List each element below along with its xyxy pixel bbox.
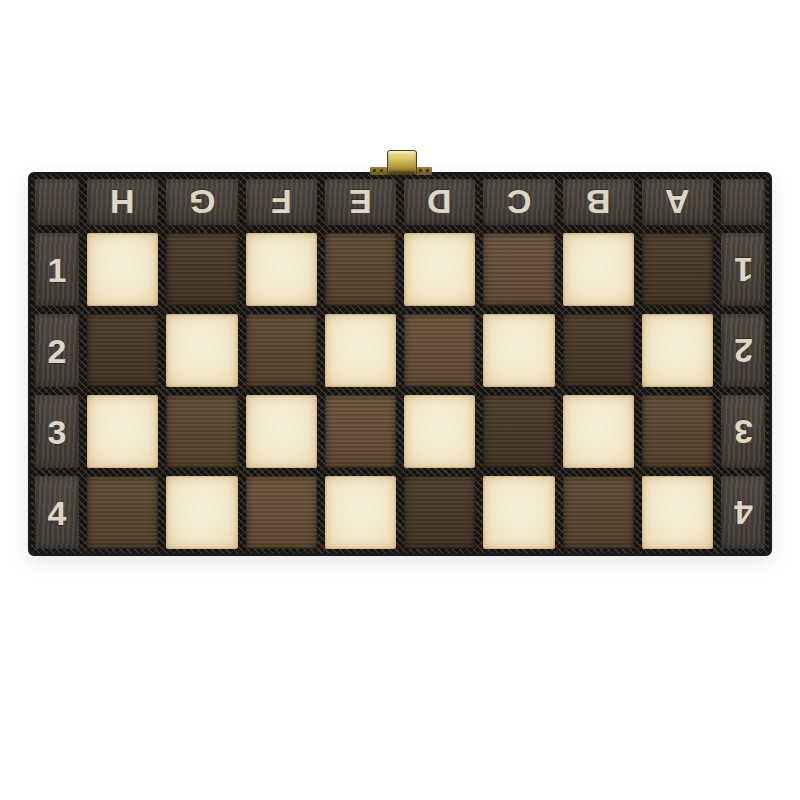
square-d1 xyxy=(404,233,475,306)
square-c2 xyxy=(483,314,554,387)
square-g1 xyxy=(166,233,237,306)
square-a4 xyxy=(642,476,713,549)
square-d4 xyxy=(404,476,475,549)
square-b2 xyxy=(563,314,634,387)
square-g2 xyxy=(166,314,237,387)
file-label-e: E xyxy=(325,179,396,225)
corner-top-right xyxy=(721,179,765,225)
rank-label-left-1: 1 xyxy=(35,233,79,306)
square-a1 xyxy=(642,233,713,306)
rank-label-left-1-text: 1 xyxy=(48,253,67,287)
rank-label-right-3-text: 3 xyxy=(734,415,753,449)
file-label-f: F xyxy=(246,179,317,225)
square-g4 xyxy=(166,476,237,549)
square-h3 xyxy=(87,395,158,468)
file-label-f-text: F xyxy=(271,185,292,219)
file-label-c: C xyxy=(483,179,554,225)
square-b4 xyxy=(563,476,634,549)
rank-label-left-2-text: 2 xyxy=(48,334,67,368)
square-f3 xyxy=(246,395,317,468)
square-h1 xyxy=(87,233,158,306)
square-d2 xyxy=(404,314,475,387)
square-f1 xyxy=(246,233,317,306)
square-b1 xyxy=(563,233,634,306)
file-label-g-text: G xyxy=(189,185,215,219)
file-label-a-text: A xyxy=(665,185,690,219)
square-g3 xyxy=(166,395,237,468)
square-a3 xyxy=(642,395,713,468)
rank-label-left-3: 3 xyxy=(35,395,79,468)
file-label-h: H xyxy=(87,179,158,225)
square-a2 xyxy=(642,314,713,387)
rank-label-right-4: 4 xyxy=(721,476,765,549)
file-label-e-text: E xyxy=(349,185,372,219)
screw-icon xyxy=(419,169,422,172)
file-label-a: A xyxy=(642,179,713,225)
file-label-b: B xyxy=(563,179,634,225)
file-label-d-text: D xyxy=(427,185,452,219)
square-b3 xyxy=(563,395,634,468)
rank-label-right-2-text: 2 xyxy=(734,334,753,368)
square-e1 xyxy=(325,233,396,306)
square-e4 xyxy=(325,476,396,549)
rank-label-right-3: 3 xyxy=(721,395,765,468)
square-f2 xyxy=(246,314,317,387)
square-h2 xyxy=(87,314,158,387)
square-e3 xyxy=(325,395,396,468)
square-e2 xyxy=(325,314,396,387)
square-c1 xyxy=(483,233,554,306)
square-h4 xyxy=(87,476,158,549)
file-label-c-text: C xyxy=(507,185,532,219)
chess-box-board: HGFEDCBA11223344 xyxy=(28,172,772,556)
screw-icon xyxy=(426,169,429,172)
file-label-h-text: H xyxy=(110,185,135,219)
rank-label-right-1: 1 xyxy=(721,233,765,306)
photo-stage: HGFEDCBA11223344 xyxy=(0,0,800,800)
square-c4 xyxy=(483,476,554,549)
file-label-g: G xyxy=(166,179,237,225)
rank-label-left-2: 2 xyxy=(35,314,79,387)
square-c3 xyxy=(483,395,554,468)
rank-label-right-2: 2 xyxy=(721,314,765,387)
brass-clasp-icon xyxy=(387,150,417,175)
corner-top-left xyxy=(35,179,79,225)
file-label-b-text: B xyxy=(586,185,611,219)
square-f4 xyxy=(246,476,317,549)
screw-icon xyxy=(380,169,383,172)
file-label-d: D xyxy=(404,179,475,225)
rank-label-left-4: 4 xyxy=(35,476,79,549)
screw-icon xyxy=(373,169,376,172)
square-d3 xyxy=(404,395,475,468)
rank-label-left-3-text: 3 xyxy=(48,415,67,449)
rank-label-right-1-text: 1 xyxy=(734,253,753,287)
rank-label-left-4-text: 4 xyxy=(48,496,67,530)
rank-label-right-4-text: 4 xyxy=(734,496,753,530)
